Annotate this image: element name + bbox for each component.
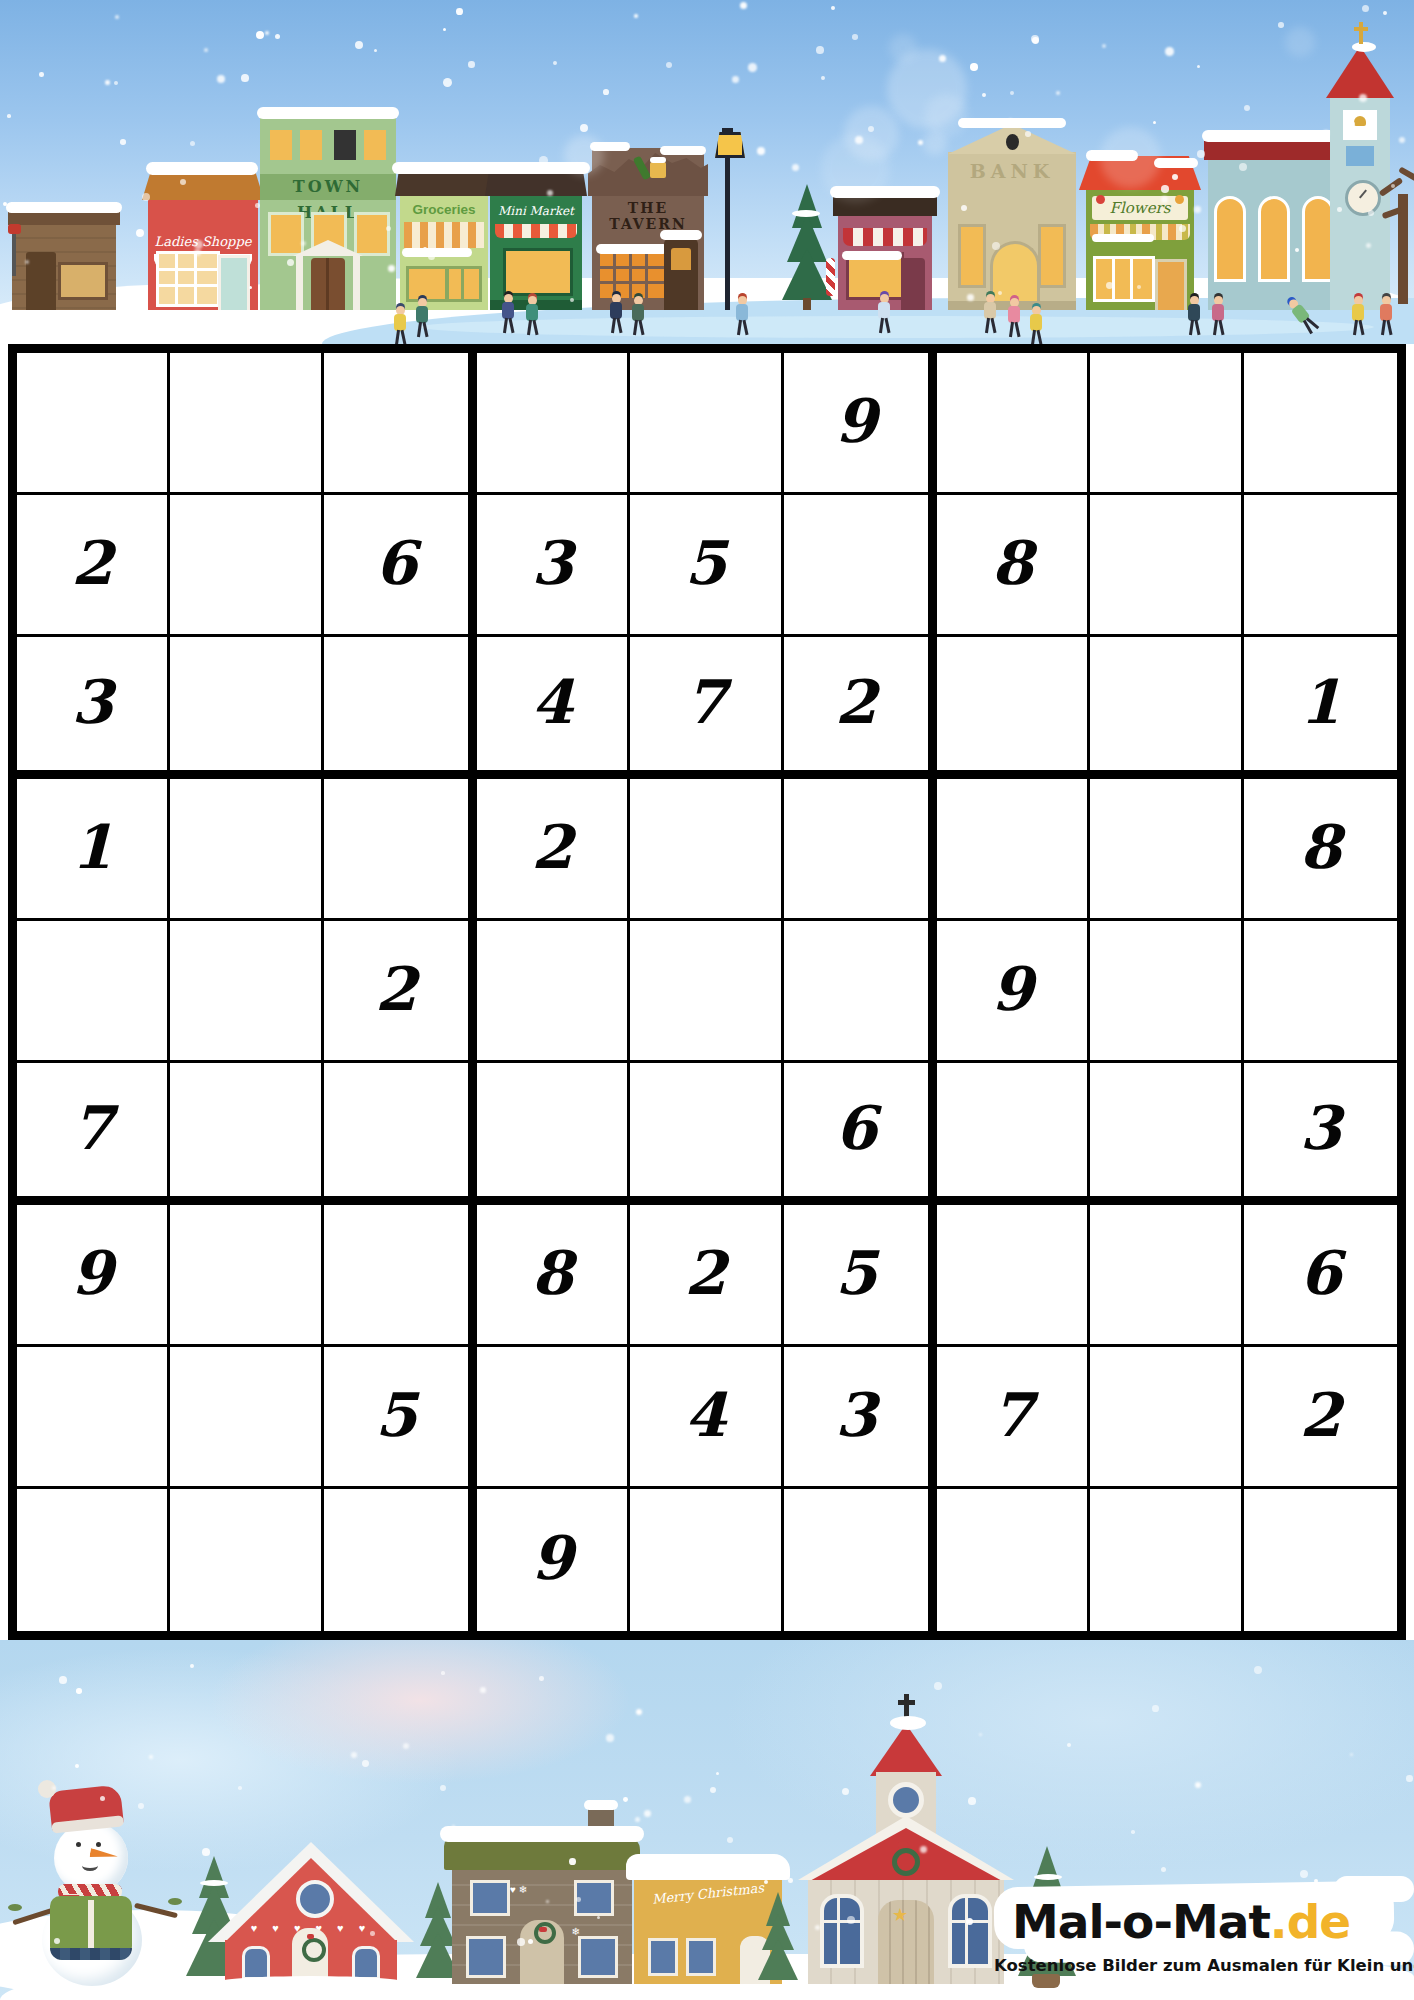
roof-snow [146,162,258,175]
bokeh-glow [889,34,917,62]
star-icon: ★ [892,1904,908,1926]
given-digit: 2 [685,1238,727,1308]
window [406,266,448,302]
flower-shop: Flowers [1086,188,1194,310]
window [648,1938,678,1976]
bokeh-glow [925,94,968,137]
snow-dot [443,78,452,87]
ice-skater [1210,296,1226,340]
bokeh-glow [1285,27,1315,57]
spire-snow [890,1716,926,1730]
snow-dot [202,1848,210,1856]
snow-dot [623,1797,628,1802]
snow-dot [1406,1775,1413,1782]
snow-dot [1165,47,1174,56]
clock-icon [1345,180,1381,216]
cell-r7c9[interactable]: 6 [1244,1205,1397,1347]
cell-r8c5[interactable]: 4 [630,1347,783,1489]
ice-skater [1186,296,1202,340]
snow-dot [842,1788,849,1795]
barber-pole [826,258,835,296]
cell-r3c4[interactable]: 4 [477,637,630,779]
cell-r7c2[interactable] [170,1205,323,1347]
cell-r9c5[interactable] [630,1489,783,1631]
snow-dot [727,1837,733,1843]
snow-dot [570,298,574,302]
cell-r8c6[interactable]: 3 [784,1347,937,1489]
bank: BANK [948,152,1076,310]
snow-dot [388,265,395,272]
cell-r1c7[interactable] [937,353,1090,495]
cell-r5c6[interactable] [784,921,937,1063]
snow-dot [1300,1870,1308,1878]
window [503,248,573,296]
wreath [302,1938,326,1962]
given-digit: 9 [71,1238,113,1308]
ice-skater [1378,296,1394,340]
site-tagline: Kostenlose Bilder zum Ausmalen für Klein… [994,1956,1414,1975]
snow-dot [1197,65,1200,68]
cell-r9c1[interactable] [17,1489,170,1631]
cell-r8c9[interactable]: 2 [1244,1347,1397,1489]
arched-window [820,1894,864,1968]
cell-r1c8[interactable] [1090,353,1243,495]
given-digit: 9 [991,954,1033,1024]
cell-r4c8[interactable] [1090,779,1243,921]
snow-dot [998,291,1002,295]
snow-dot [194,249,201,256]
snow-dot [732,76,739,83]
snow-dot [1194,206,1201,213]
snow-dot [539,1676,544,1681]
cell-r9c4[interactable]: 9 [477,1489,630,1631]
snow-dot [635,1817,640,1822]
window [242,1946,270,1980]
cell-r3c3[interactable] [324,637,477,779]
given-digit: 7 [991,1380,1033,1450]
cell-r6c1[interactable]: 7 [17,1063,170,1205]
snow-dot [539,156,548,165]
red-house: ♥ ♥ ♥ ♥ ♥ ♥ [208,1842,414,1984]
snow-dot [403,1743,409,1749]
cell-r1c2[interactable] [170,353,323,495]
cell-r4c2[interactable] [170,779,323,921]
snow-dot [1056,91,1060,95]
wreath [892,1848,920,1876]
snow-dot [656,1869,663,1876]
cell-r9c7[interactable] [937,1489,1090,1631]
cell-r6c3[interactable] [324,1063,477,1205]
snow-dot [1278,22,1284,28]
round-window [888,1782,924,1818]
cell-r4c5[interactable] [630,779,783,921]
snow-dot [634,14,638,18]
snow-dot [1161,1867,1166,1872]
cell-r7c5[interactable]: 2 [630,1205,783,1347]
snow-dot [301,241,306,246]
snow-dot [1362,5,1369,12]
ice-skater [982,294,998,340]
brown-house: ♥ ❄ ❄ [452,1836,632,1984]
snow-dot [76,1688,82,1694]
cell-r1c4[interactable] [477,353,630,495]
roof-snow [257,107,399,119]
cell-r2c6[interactable] [784,495,937,637]
snow-dot [1313,1889,1320,1896]
given-digit: 8 [991,528,1033,598]
snow-dot [59,1676,67,1684]
window [364,130,386,160]
door [1155,259,1187,310]
cell-r5c9[interactable] [1244,921,1397,1063]
arched-window [948,1894,992,1968]
cell-r8c1[interactable] [17,1347,170,1489]
cell-r3c7[interactable] [937,637,1090,779]
snow-dot [852,34,858,40]
snowy-pine-tree [782,184,832,310]
snow-dot [241,74,249,82]
logo-suffix: .de [1270,1894,1350,1949]
snow-dot [149,1755,153,1759]
window [270,130,292,160]
snow-dot [440,1785,446,1791]
cell-r5c3[interactable]: 2 [324,921,477,1063]
striped-awning [404,222,484,248]
snow-dot [1323,130,1329,136]
window [1093,256,1155,302]
window [958,224,986,288]
given-digit: 6 [1299,1238,1341,1308]
cell-r3c1[interactable]: 3 [17,637,170,779]
snow-dot [115,15,119,19]
cell-r6c4[interactable] [477,1063,630,1205]
cell-r6c2[interactable] [170,1063,323,1205]
mailbox [12,234,16,276]
snow-dot [75,1764,79,1768]
given-digit: 2 [531,812,573,882]
roof-snow [440,1826,644,1842]
snow-dot [918,140,923,145]
snow-dot [1153,121,1156,124]
cell-r5c2[interactable] [170,921,323,1063]
snow-dot [1350,1753,1353,1756]
given-digit: 6 [835,1093,877,1163]
arched-window [1258,196,1290,282]
given-digit: 3 [1299,1093,1341,1163]
cell-r7c7[interactable] [937,1205,1090,1347]
ice-shine [420,316,1374,338]
cell-r8c3[interactable]: 5 [324,1347,477,1489]
snow-dot [992,242,1000,250]
cell-r2c9[interactable] [1244,495,1397,637]
window [156,251,220,307]
snow-dot [961,205,967,211]
given-digit: 7 [685,667,727,737]
cell-r2c7[interactable]: 8 [937,495,1090,637]
ice-skater [1350,296,1366,340]
cell-r3c8[interactable] [1090,637,1243,779]
snow-dot [1383,11,1387,15]
cell-r5c5[interactable] [630,921,783,1063]
cell-r6c5[interactable] [630,1063,783,1205]
ice-skater [414,298,430,340]
window [686,1938,716,1976]
bokeh-glow [844,106,899,161]
given-digit: 4 [685,1380,727,1450]
ornament: ♥ ❄ [510,1884,527,1895]
cell-r8c4[interactable] [477,1347,630,1489]
cell-r2c2[interactable] [170,495,323,637]
snow-dot [374,49,377,52]
snow-dot [920,1846,927,1853]
snow-dot [710,1787,716,1793]
cell-r9c3[interactable] [324,1489,477,1631]
spire [1326,46,1394,98]
tavern-sign: THE TAVERN [592,200,704,232]
cell-r6c6[interactable]: 6 [784,1063,937,1205]
site-logo-block: Mal-o-Mat.de Kostenlose Bilder zum Ausma… [994,1874,1414,1986]
cell-r2c4[interactable]: 3 [477,495,630,637]
snow-dot [855,136,863,144]
given-digit: 1 [71,812,113,882]
ice-skater [392,306,408,340]
given-digit: 9 [835,386,877,456]
cell-r6c7[interactable] [937,1063,1090,1205]
snow-dot [580,124,588,132]
snow-dot [1161,185,1169,193]
cell-r4c7[interactable] [937,779,1090,921]
cell-r4c9[interactable]: 8 [1244,779,1397,921]
cell-r2c3[interactable]: 6 [324,495,477,637]
snow-dot [748,63,757,72]
snow-dot [423,247,427,251]
door [311,258,345,310]
cell-r7c6[interactable]: 5 [784,1205,937,1347]
snow-dot [190,141,195,146]
cell-r2c5[interactable]: 5 [630,495,783,637]
snow-dot [606,1734,614,1742]
striped-awning [495,224,577,238]
snow-dot [847,1916,855,1924]
ornament: ❄ [572,1926,580,1937]
arched-window [1214,196,1246,282]
awning-snow [402,248,472,257]
bare-tree [1386,154,1414,304]
given-digit: 2 [835,667,877,737]
cell-r6c8[interactable] [1090,1063,1243,1205]
cell-r8c8[interactable] [1090,1347,1243,1489]
window-dark [334,130,356,160]
snow-dot [967,294,974,301]
bell-icon [1354,116,1366,126]
christmas-houses-footer: ♥ ♥ ♥ ♥ ♥ ♥ ♥ ❄ ❄ [0,1640,1414,2000]
snow-dot [370,1931,375,1936]
eye [76,1842,81,1847]
snow-dot [136,229,144,237]
snow-dot [1152,1705,1159,1712]
cell-r5c8[interactable] [1090,921,1243,1063]
snow-dot [7,114,11,118]
given-digit: 9 [531,1523,573,1593]
window [600,252,664,298]
snow-dot [1032,37,1039,44]
snow-dot [821,76,825,80]
christmas-church: ★ [786,1698,1026,1984]
given-digit: 3 [71,667,113,737]
snow-dot [816,46,824,54]
snow-dot [1131,1830,1135,1834]
pediment-snow [660,146,706,155]
snow-dot [105,80,110,85]
snow-dot [204,48,208,52]
snow-dot [517,1938,525,1946]
snow-dot [114,81,118,85]
cell-r4c6[interactable] [784,779,937,921]
bank-sign: BANK [948,160,1076,182]
window [58,262,108,300]
window [268,212,304,256]
snow-dot [362,1760,369,1767]
cell-r4c1[interactable]: 1 [17,779,170,921]
snow-dot [287,259,294,266]
snow-dot [508,1828,514,1834]
snow-dot [603,89,609,95]
cell-r3c9[interactable]: 1 [1244,637,1397,779]
cell-r9c2[interactable] [170,1489,323,1631]
leaf-sprig [8,1904,22,1911]
snow-dot [674,148,678,152]
site-logo[interactable]: Mal-o-Mat.de [1012,1894,1350,1949]
snow-dot [275,34,280,39]
given-digit: 8 [1299,812,1341,882]
cell-r1c1[interactable] [17,353,170,495]
logo-name: Mal-o-Mat [1012,1894,1270,1949]
window [300,130,322,160]
snow-dot [120,139,126,145]
mini-market: Mini Market [490,172,582,310]
cell-r1c6[interactable]: 9 [784,353,937,495]
beer-mug-icon [650,162,666,178]
vest [50,1896,132,1960]
given-digit: 3 [835,1380,877,1450]
cell-r3c2[interactable] [170,637,323,779]
cell-r5c4[interactable] [477,921,630,1063]
cross-icon [1359,22,1363,44]
given-digit: 2 [71,528,113,598]
snow-dot [553,61,557,65]
snow-dot [934,1682,942,1690]
snow-dot [39,72,44,77]
column [296,256,303,310]
snow-dot [569,1858,576,1865]
snow-dot [1106,282,1113,289]
snow-dot [1010,91,1014,95]
snowman [24,1796,164,1986]
round-window [296,1880,334,1918]
given-digit: 5 [835,1238,877,1308]
roof-snow [392,162,496,174]
given-digit: 1 [1299,667,1341,737]
given-digit: 2 [1299,1380,1341,1450]
snow-dot [194,240,203,249]
snow-dot [190,1664,194,1668]
leaf-sprig [168,1898,182,1905]
cell-r8c7[interactable]: 7 [937,1347,1090,1489]
cell-r9c8[interactable] [1090,1489,1243,1631]
cell-r5c1[interactable] [17,921,170,1063]
snow-dot [968,1797,976,1805]
knit-hat [48,1784,124,1831]
groceries-sign: Groceries [400,202,488,217]
cell-r5c7[interactable]: 9 [937,921,1090,1063]
cell-r7c1[interactable]: 9 [17,1205,170,1347]
snow-dot [636,1709,642,1715]
snow-dot [1105,1895,1111,1901]
door [664,238,698,310]
window [352,1946,380,1980]
cell-r7c3[interactable] [324,1205,477,1347]
red-bow [539,1927,547,1932]
cell-r2c8[interactable] [1090,495,1243,637]
cell-r7c8[interactable] [1090,1205,1243,1347]
flowers-sign: Flowers [1092,196,1188,220]
cell-r1c3[interactable] [324,353,477,495]
cell-r3c5[interactable]: 7 [630,637,783,779]
snow-dot [788,1878,793,1883]
given-digit: 4 [531,667,573,737]
cell-r3c6[interactable]: 2 [784,637,937,779]
roof-snow [1202,130,1342,142]
snow-roof [626,1854,790,1880]
cell-r7c4[interactable]: 8 [477,1205,630,1347]
snow-dot [238,1786,242,1790]
snow-dot [456,8,463,15]
town-hall-sign: TOWN HALL [260,174,396,200]
cell-r4c3[interactable] [324,779,477,921]
cell-r1c9[interactable] [1244,353,1397,495]
snow-dot [138,1803,144,1809]
bokeh-glow [564,135,604,175]
given-digit: 3 [531,528,573,598]
cell-r6c9[interactable]: 3 [1244,1063,1397,1205]
snow-dot [255,203,260,208]
bokeh-glow [1100,127,1161,188]
ice-skater [734,296,750,340]
cell-r1c5[interactable] [630,353,783,495]
snow-dot [757,147,765,155]
cell-r2c1[interactable]: 2 [17,495,170,637]
cell-r9c9[interactable] [1244,1489,1397,1631]
cell-r4c4[interactable]: 2 [477,779,630,921]
snow-dot [1197,150,1205,158]
cell-r9c6[interactable] [784,1489,937,1631]
snow-dot [1399,137,1405,143]
given-digit: 8 [531,1238,573,1308]
snow-dot [441,1671,445,1675]
snow-dot [831,6,835,10]
sudoku-board: 926358347211282976398256543729 [8,344,1406,1640]
snow-dot [716,1772,719,1775]
cell-r8c2[interactable] [170,1347,323,1489]
ladies-shoppe: Ladies Shoppe [148,198,258,310]
snow-dot [970,63,978,71]
door [218,255,250,310]
snow-dot [740,2,747,9]
snow-dot [792,164,799,171]
snow-dot [480,1687,486,1693]
snow-dot [982,93,986,97]
window [354,212,390,256]
